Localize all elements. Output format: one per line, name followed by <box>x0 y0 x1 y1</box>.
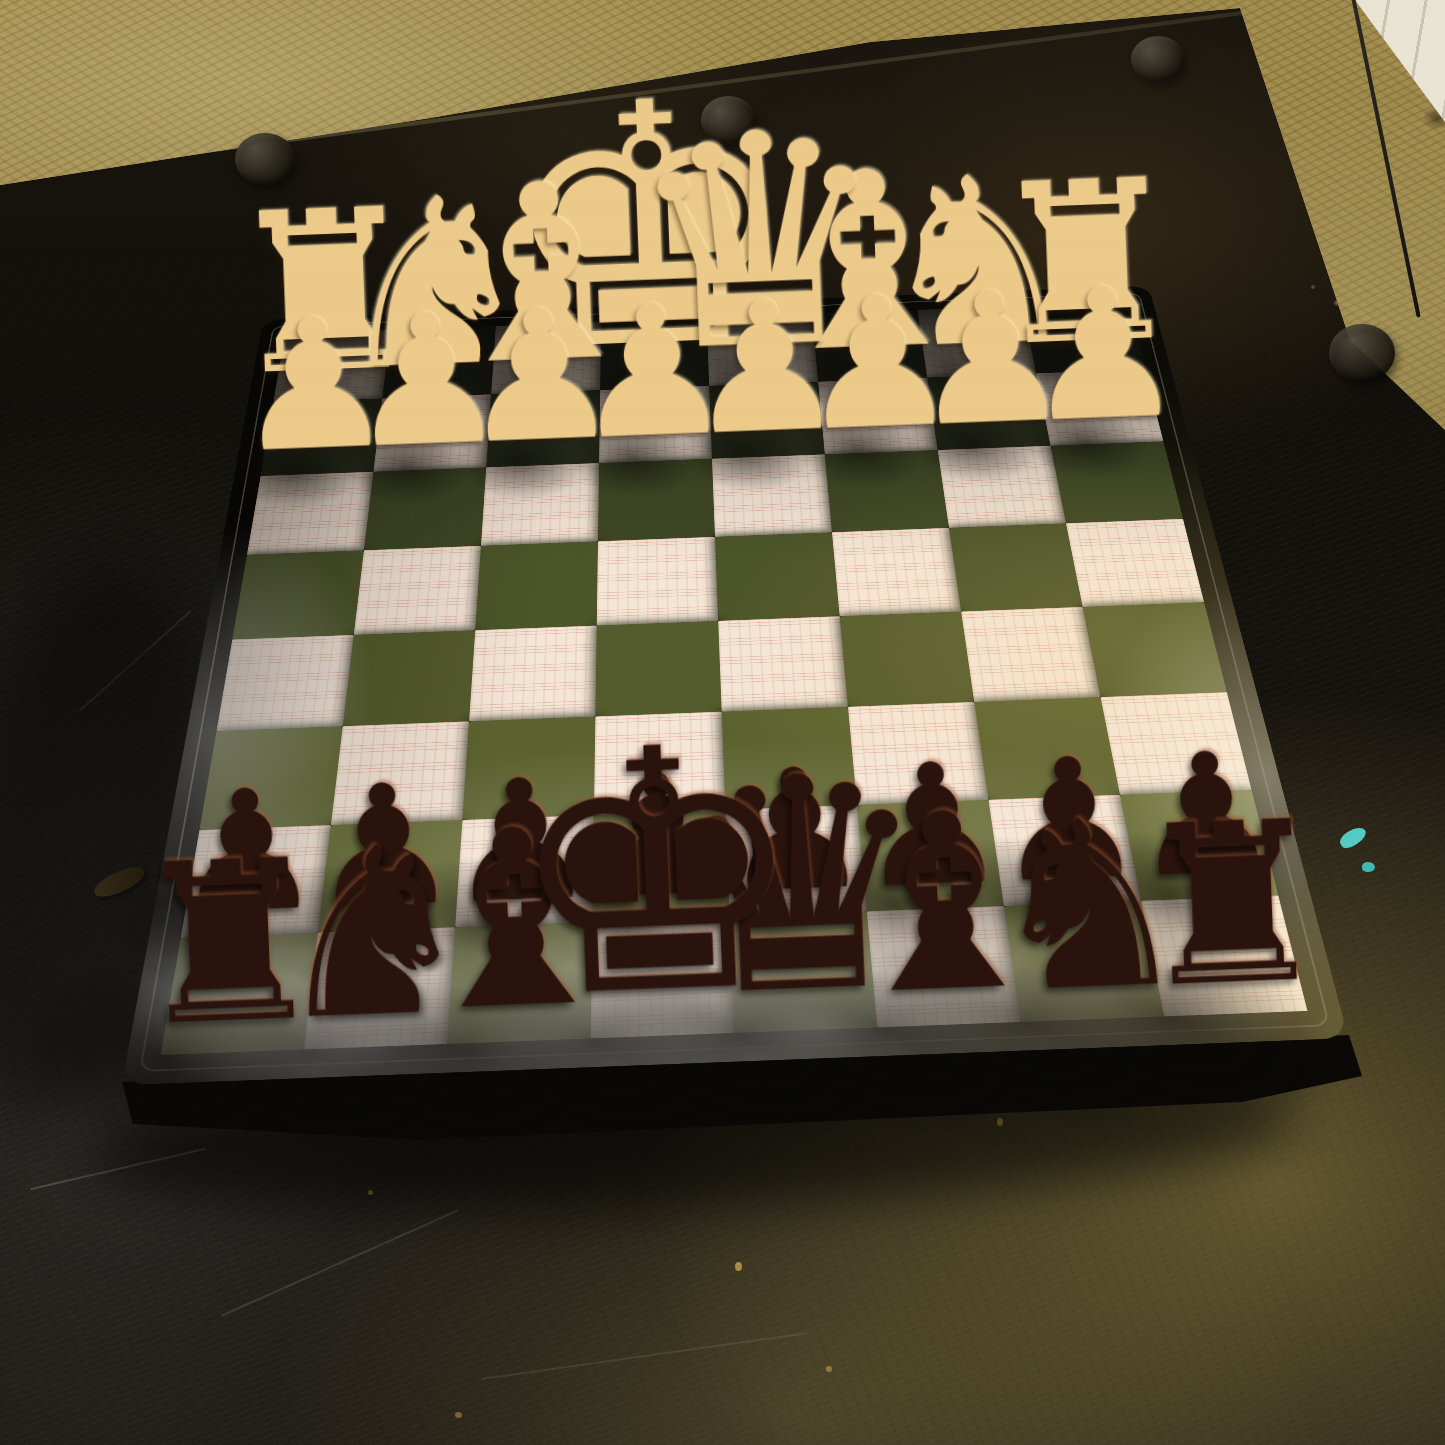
chess-board-wrapper: ♜♞♝♚♛♝♞♜♟♟♟♟♟♟♟♟♟♟♟♟♟♟♟♟♜♞♝♚♛♝♞♜ <box>74 0 1348 1085</box>
chess-board: ♜♞♝♚♛♝♞♜♟♟♟♟♟♟♟♟♟♟♟♟♟♟♟♟♜♞♝♚♛♝♞♜ <box>122 286 1349 1086</box>
table-knob <box>1329 324 1395 382</box>
border-pinstripe <box>139 293 1331 1072</box>
teal-paint-speck <box>1362 862 1375 872</box>
crumb-speck <box>455 1412 462 1418</box>
crumb-speck <box>735 1262 742 1271</box>
crumb-speck <box>826 1366 832 1372</box>
board-top <box>122 286 1349 1086</box>
photo-scene: ♜♞♝♚♛♝♞♜♟♟♟♟♟♟♟♟♟♟♟♟♟♟♟♟♜♞♝♚♛♝♞♜ rnbqkbn… <box>0 0 1445 1445</box>
